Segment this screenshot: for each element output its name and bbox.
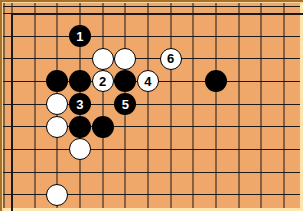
white-stone-F17: [114, 48, 136, 70]
stone-move-2-E16: 2: [92, 70, 114, 92]
board-grid: 162435: [1, 2, 296, 206]
black-stone-K16: [205, 70, 227, 92]
stone-move-5-F15: 5: [114, 93, 136, 115]
white-stone-C15: [46, 93, 68, 115]
move-number-label: 6: [167, 52, 174, 65]
black-stone-D14: [69, 116, 91, 138]
white-stone-C14: [46, 116, 68, 138]
move-number-label: 5: [122, 98, 129, 111]
move-number-label: 4: [144, 75, 151, 88]
move-number-label: 2: [99, 75, 106, 88]
stone-move-4-G16: 4: [137, 70, 159, 92]
move-number-label: 1: [76, 30, 83, 43]
stone-move-6-H17: 6: [160, 48, 182, 70]
stone-move-1-D18: 1: [69, 25, 91, 47]
black-stone-F16: [114, 70, 136, 92]
move-number-label: 3: [76, 98, 83, 111]
go-board-diagram: 162435: [0, 0, 303, 211]
white-stone-D13: [69, 138, 91, 160]
white-stone-E17: [92, 48, 114, 70]
black-stone-C16: [46, 70, 68, 92]
black-stone-E14: [92, 116, 114, 138]
stone-move-3-D15: 3: [69, 93, 91, 115]
white-stone-C11: [46, 184, 68, 206]
black-stone-D16: [69, 70, 91, 92]
